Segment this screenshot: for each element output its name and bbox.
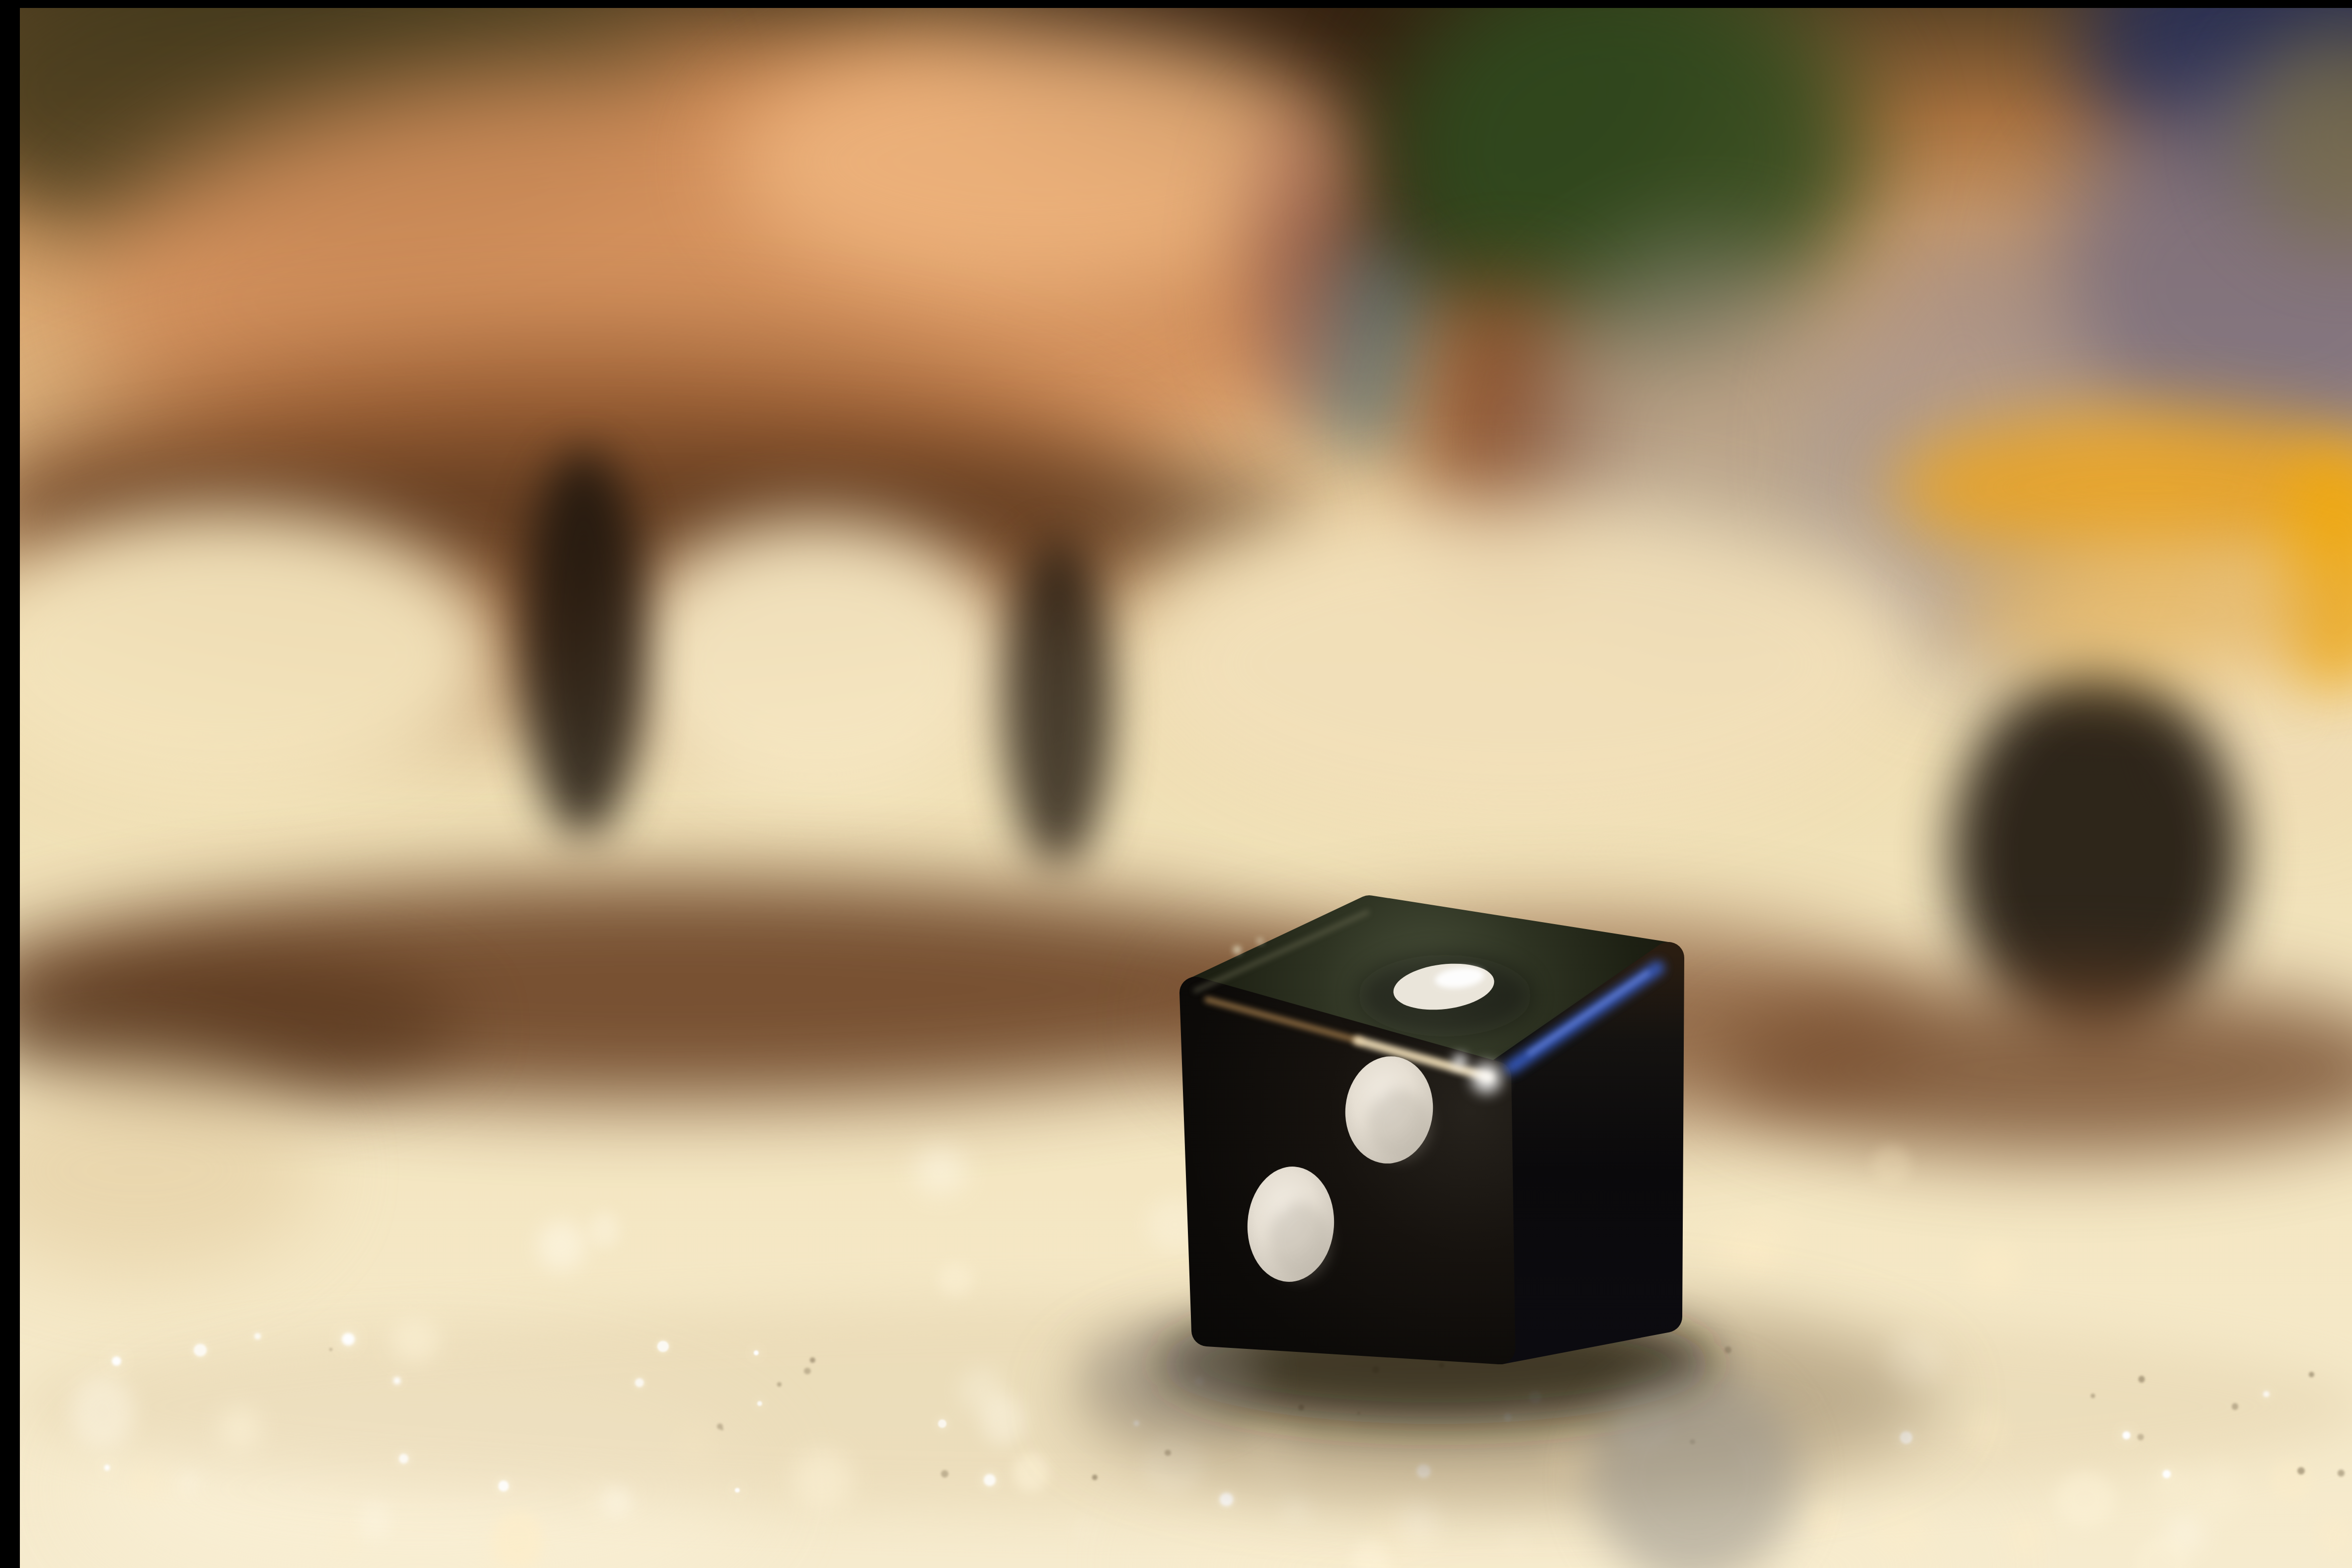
die-top-pip [1358,955,1532,1036]
specular-hotspot [1472,1063,1501,1093]
edge-glint [1257,938,1263,944]
specular-hotspot [1452,1053,1468,1069]
photo-stage: single black six-sided die in sharp focu… [20,8,2352,1568]
black-die [20,8,2352,1568]
edge-glint [1233,946,1241,954]
